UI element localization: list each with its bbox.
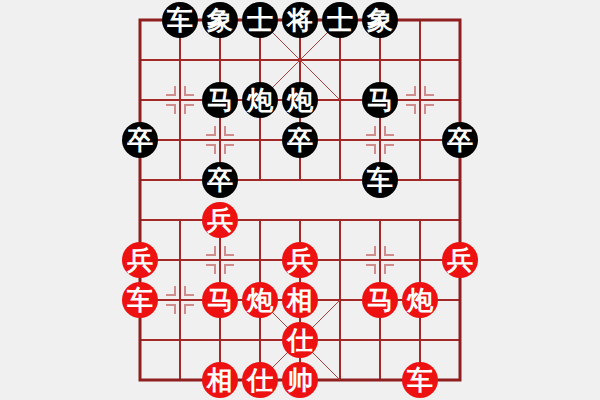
piece-red-horse[interactable]: 马 [362,282,398,318]
piece-red-cannon[interactable]: 炮 [242,282,278,318]
piece-black-soldier[interactable]: 卒 [202,162,238,198]
piece-black-cannon[interactable]: 炮 [242,82,278,118]
piece-black-rook[interactable]: 车 [162,2,198,38]
piece-black-advisor[interactable]: 士 [242,2,278,38]
piece-black-advisor[interactable]: 士 [322,2,358,38]
piece-red-rook[interactable]: 车 [122,282,158,318]
xiangqi-board: 车象士将士象马炮炮马卒卒卒卒车兵兵兵兵车马炮相马炮仕相仕帅车 [120,0,480,400]
piece-red-general[interactable]: 帅 [282,362,318,398]
piece-red-horse[interactable]: 马 [202,282,238,318]
piece-black-horse[interactable]: 马 [202,82,238,118]
xiangqi-screen: 车象士将士象马炮炮马卒卒卒卒车兵兵兵兵车马炮相马炮仕相仕帅车 [0,0,600,400]
piece-black-elephant[interactable]: 象 [362,2,398,38]
piece-black-soldier[interactable]: 卒 [442,122,478,158]
piece-red-advisor[interactable]: 仕 [242,362,278,398]
piece-red-soldier[interactable]: 兵 [442,242,478,278]
piece-red-cannon[interactable]: 炮 [402,282,438,318]
piece-red-advisor[interactable]: 仕 [282,322,318,358]
piece-red-soldier[interactable]: 兵 [202,202,238,238]
piece-black-general[interactable]: 将 [282,2,318,38]
piece-black-elephant[interactable]: 象 [202,2,238,38]
piece-black-rook[interactable]: 车 [362,162,398,198]
piece-red-rook[interactable]: 车 [402,362,438,398]
piece-black-soldier[interactable]: 卒 [282,122,318,158]
piece-red-soldier[interactable]: 兵 [282,242,318,278]
piece-red-elephant[interactable]: 相 [282,282,318,318]
piece-red-elephant[interactable]: 相 [202,362,238,398]
piece-black-soldier[interactable]: 卒 [122,122,158,158]
piece-red-soldier[interactable]: 兵 [122,242,158,278]
piece-black-horse[interactable]: 马 [362,82,398,118]
piece-black-cannon[interactable]: 炮 [282,82,318,118]
